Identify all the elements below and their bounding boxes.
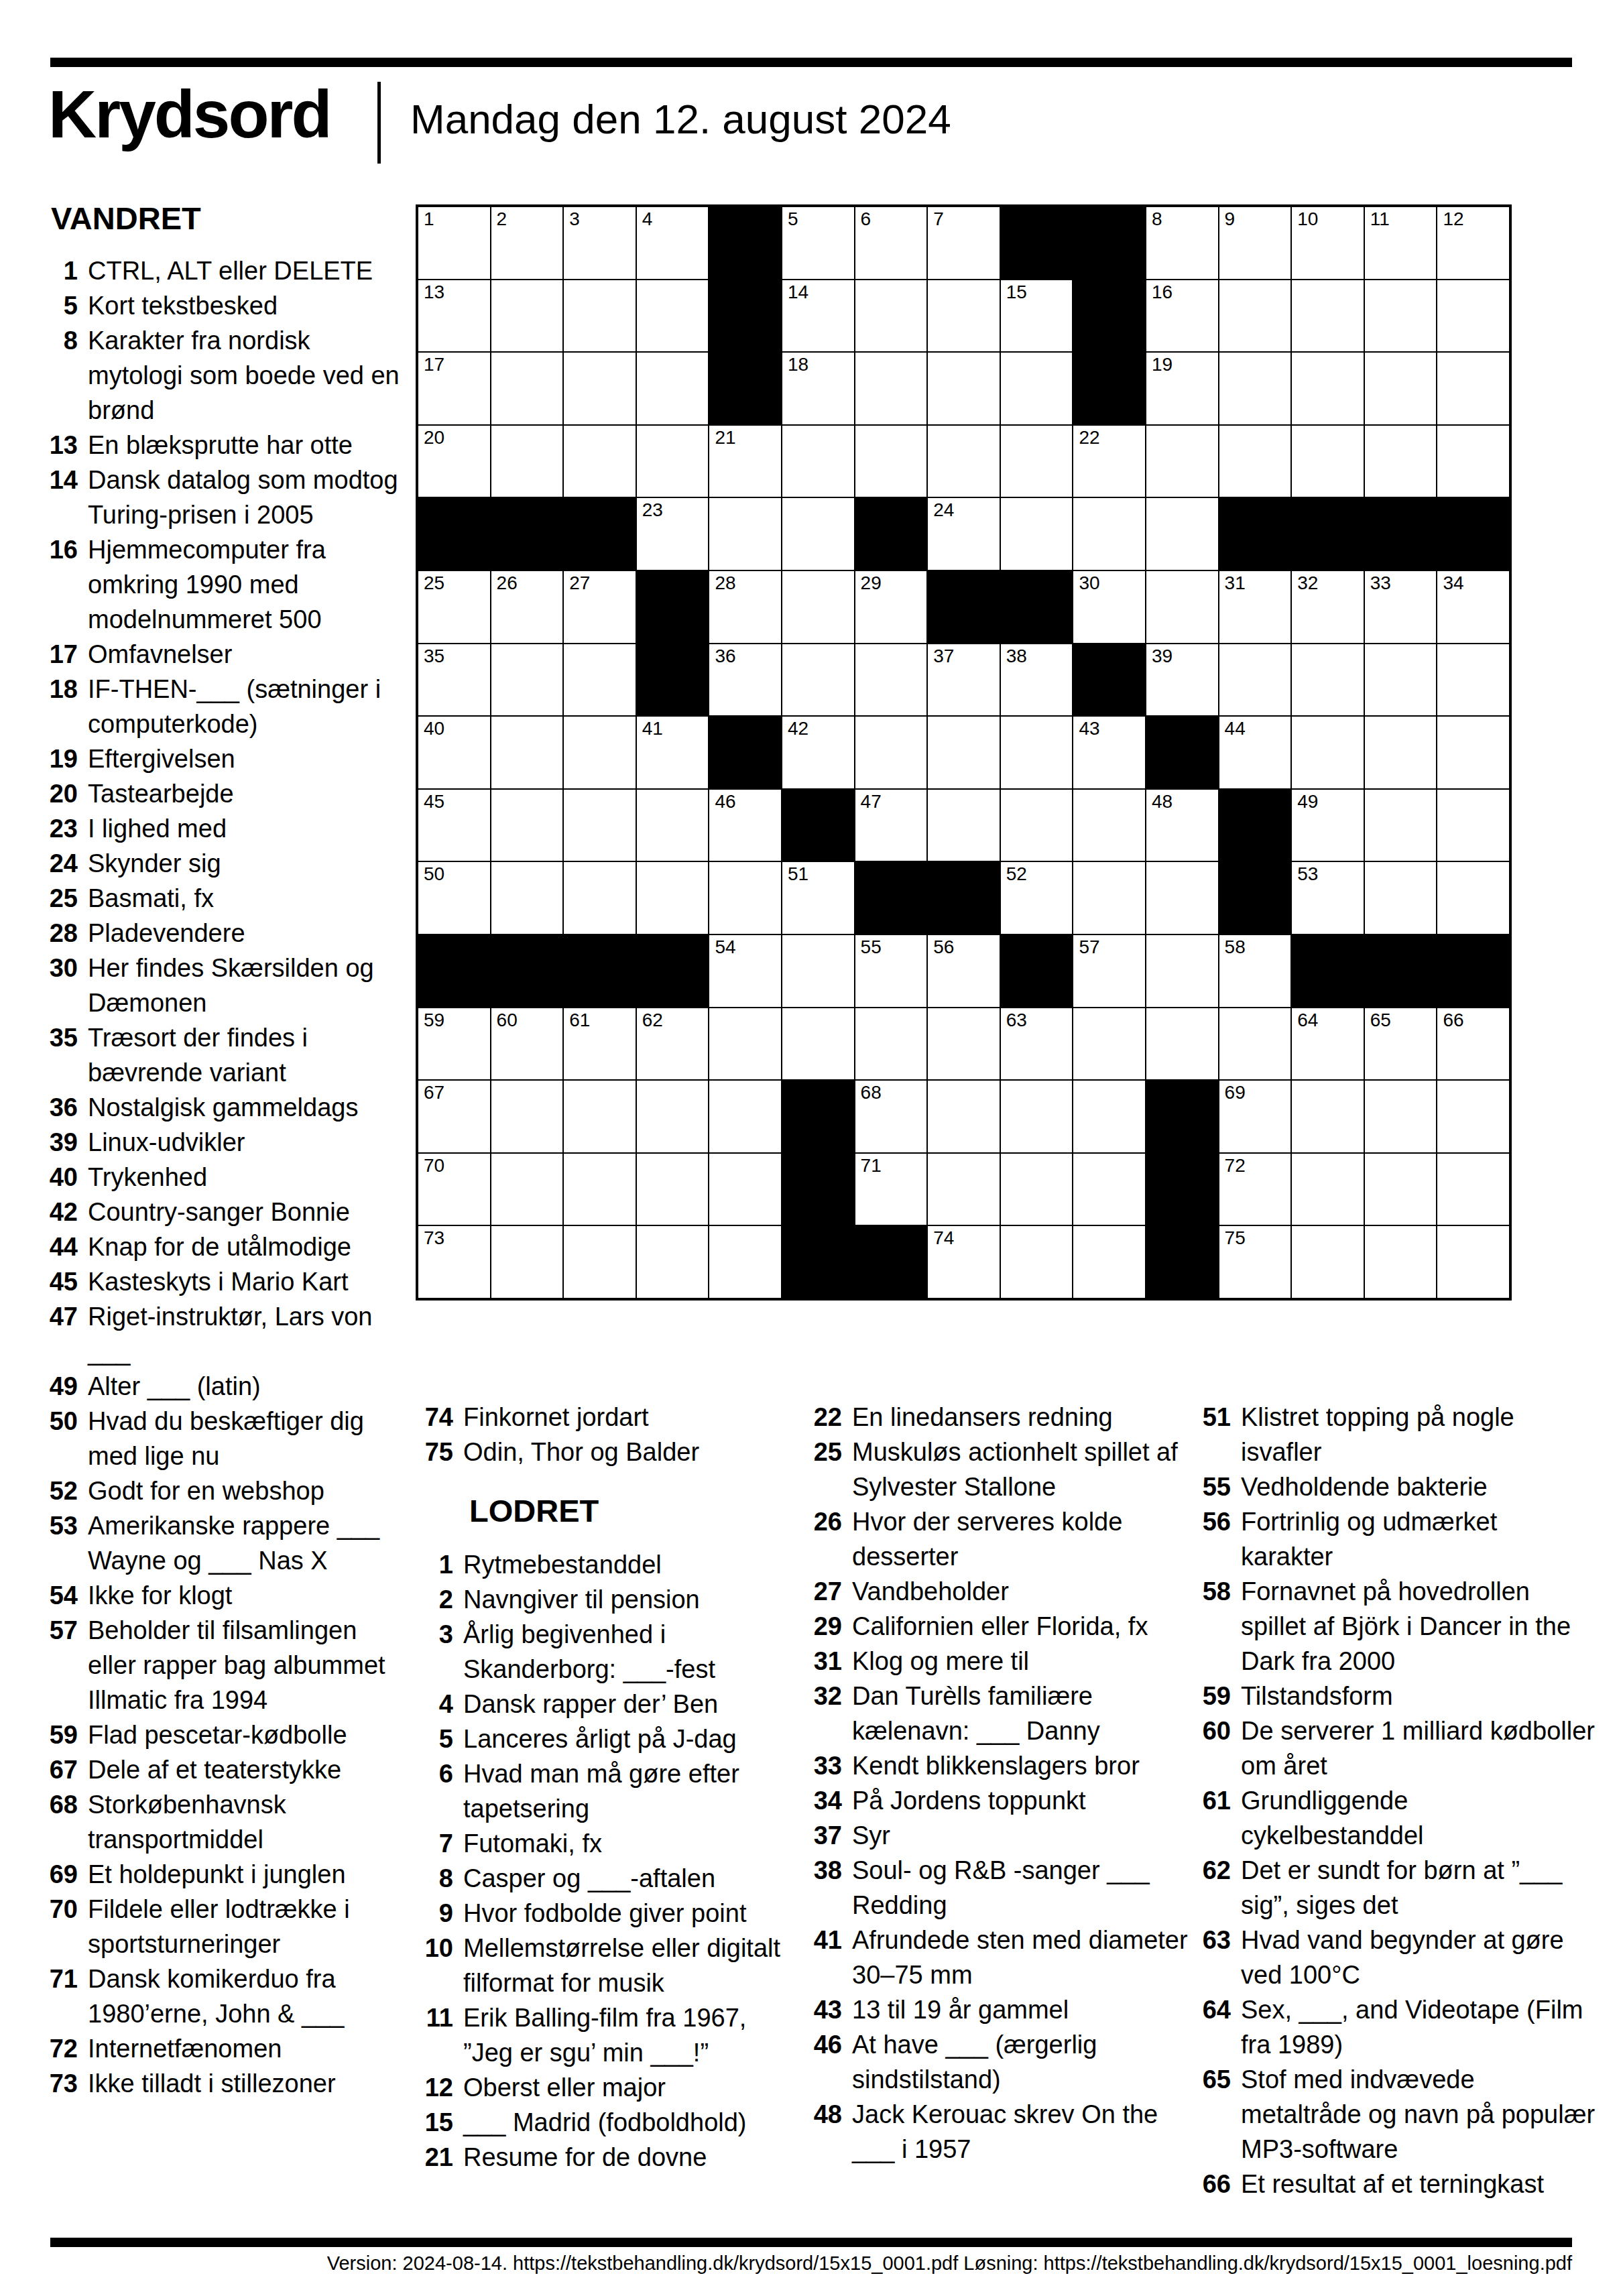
- grid-cell[interactable]: [491, 644, 563, 716]
- clue-text: Resume for de dovne: [463, 2140, 780, 2175]
- grid-cell[interactable]: 19: [1146, 353, 1218, 424]
- grid-cell[interactable]: 47: [855, 790, 927, 861]
- clue-text: Klistret topping på nogle isvafler: [1241, 1400, 1596, 1469]
- clue-item: 73Ikke tilladt i stillezoner: [35, 2066, 405, 2101]
- black-cell: [1437, 498, 1509, 570]
- grid-cell[interactable]: [1073, 498, 1145, 570]
- grid-cell[interactable]: [709, 1008, 781, 1080]
- clue-number: 55: [1188, 1469, 1241, 1504]
- grid-cell[interactable]: [709, 862, 781, 934]
- grid-cell[interactable]: 62: [637, 1008, 709, 1080]
- grid-cell[interactable]: [928, 790, 1000, 861]
- grid-cell[interactable]: [1073, 1008, 1145, 1080]
- page-title: Krydsord: [48, 79, 330, 149]
- grid-cell[interactable]: [928, 353, 1000, 424]
- grid-cell[interactable]: [1146, 862, 1218, 934]
- clue-item: 62Det er sundt for børn at ”___ sig”, si…: [1188, 1853, 1596, 1923]
- clue-item: 40Trykenhed: [35, 1160, 405, 1195]
- grid-cell[interactable]: [1292, 1226, 1364, 1298]
- grid-cell[interactable]: [1219, 353, 1291, 424]
- clue-text: Et holdepunkt i junglen: [88, 1857, 405, 1892]
- grid-cell[interactable]: [637, 353, 709, 424]
- grid-cell[interactable]: [1001, 426, 1073, 497]
- clue-text: Eftergivelsen: [88, 741, 405, 776]
- clue-text: En blæksprutte har otte: [88, 428, 405, 463]
- clue-item: 66Et resultat af et terningkast: [1188, 2167, 1596, 2201]
- grid-cell[interactable]: 28: [709, 571, 781, 643]
- clue-text: Et resultat af et terningkast: [1241, 2167, 1596, 2201]
- grid-cell[interactable]: [1437, 426, 1509, 497]
- clue-text: Det er sundt for børn at ”___ sig”, sige…: [1241, 1853, 1596, 1923]
- grid-cell[interactable]: 56: [928, 935, 1000, 1007]
- grid-cell[interactable]: 67: [418, 1081, 490, 1152]
- black-cell: [709, 207, 781, 279]
- grid-cell[interactable]: [491, 1081, 563, 1152]
- grid-cell[interactable]: [1437, 280, 1509, 352]
- clue-number: 71: [35, 1961, 88, 1996]
- grid-cell[interactable]: 13: [418, 280, 490, 352]
- grid-cell[interactable]: 71: [855, 1154, 927, 1225]
- down-list-3: 51Klistret topping på nogle isvafler55Ve…: [1188, 1400, 1596, 2201]
- grid-cell[interactable]: 35: [418, 644, 490, 716]
- grid-cell[interactable]: [1292, 717, 1364, 788]
- clue-number: 1: [35, 253, 88, 288]
- grid-cell[interactable]: 41: [637, 717, 709, 788]
- grid-cell[interactable]: [1146, 426, 1218, 497]
- grid-cell[interactable]: [564, 426, 636, 497]
- grid-cell[interactable]: [1292, 280, 1364, 352]
- grid-cell[interactable]: [1437, 790, 1509, 861]
- grid-cell[interactable]: 60: [491, 1008, 563, 1080]
- grid-cell[interactable]: [855, 644, 927, 716]
- grid-cell[interactable]: 36: [709, 644, 781, 716]
- clue-item: 6Hvad man må gøre efter tapetsering: [410, 1756, 780, 1826]
- grid-cell[interactable]: 31: [1219, 571, 1291, 643]
- grid-cell[interactable]: [1001, 1226, 1073, 1298]
- black-cell: [1365, 498, 1437, 570]
- cell-number: 43: [1079, 719, 1099, 738]
- grid-cell[interactable]: [1437, 1154, 1509, 1225]
- grid-cell[interactable]: [1365, 1226, 1437, 1298]
- grid-cell[interactable]: [782, 498, 854, 570]
- grid-cell[interactable]: [1073, 1081, 1145, 1152]
- grid-cell[interactable]: 57: [1073, 935, 1145, 1007]
- clue-number: 69: [35, 1857, 88, 1892]
- grid-cell[interactable]: 14: [782, 280, 854, 352]
- clue-item: 27Vandbeholder: [799, 1574, 1201, 1609]
- grid-cell[interactable]: [1219, 426, 1291, 497]
- clue-number: 45: [35, 1264, 88, 1299]
- grid-cell[interactable]: [1001, 790, 1073, 861]
- grid-cell[interactable]: [709, 1154, 781, 1225]
- grid-cell[interactable]: 32: [1292, 571, 1364, 643]
- grid-cell[interactable]: [1146, 571, 1218, 643]
- grid-cell[interactable]: 24: [928, 498, 1000, 570]
- grid-cell[interactable]: 52: [1001, 862, 1073, 934]
- grid-cell[interactable]: [1437, 1081, 1509, 1152]
- grid-cell[interactable]: [928, 280, 1000, 352]
- grid-cell[interactable]: [855, 717, 927, 788]
- cell-number: 58: [1225, 938, 1246, 957]
- across-column: VANDRET 1CTRL, ALT eller DELETE5Kort tek…: [35, 201, 405, 2101]
- clue-number: 14: [35, 463, 88, 497]
- grid-cell[interactable]: [709, 1081, 781, 1152]
- grid-cell[interactable]: [1001, 717, 1073, 788]
- grid-cell[interactable]: [1292, 644, 1364, 716]
- grid-cell[interactable]: [782, 644, 854, 716]
- grid-cell[interactable]: [1146, 1008, 1218, 1080]
- grid-cell[interactable]: [564, 1226, 636, 1298]
- grid-cell[interactable]: [1073, 862, 1145, 934]
- clue-text: 13 til 19 år gammel: [852, 1992, 1201, 2027]
- clue-text: Soul- og R&B -sanger ___ Redding: [852, 1853, 1201, 1923]
- grid-cell[interactable]: [637, 426, 709, 497]
- grid-cell[interactable]: [491, 1226, 563, 1298]
- clue-item: 5Lanceres årligt på J-dag: [410, 1721, 780, 1756]
- grid-cell[interactable]: [637, 1154, 709, 1225]
- clue-text: Rytmebestanddel: [463, 1547, 780, 1582]
- grid-cell[interactable]: [637, 280, 709, 352]
- grid-cell[interactable]: [1001, 1081, 1073, 1152]
- grid-cell[interactable]: [928, 426, 1000, 497]
- clue-item: 17Omfavnelser: [35, 637, 405, 672]
- clue-item: 2Navngiver til pension: [410, 1582, 780, 1617]
- grid-cell[interactable]: 73: [418, 1226, 490, 1298]
- grid-cell[interactable]: 8: [1146, 207, 1218, 279]
- grid-cell[interactable]: [1365, 280, 1437, 352]
- black-cell: [855, 1226, 927, 1298]
- black-cell: [1146, 717, 1218, 788]
- clue-text: I lighed med: [88, 811, 405, 846]
- grid-cell[interactable]: [1292, 426, 1364, 497]
- grid-cell[interactable]: 65: [1365, 1008, 1437, 1080]
- cell-number: 68: [861, 1083, 882, 1102]
- grid-cell[interactable]: [564, 790, 636, 861]
- cell-number: 33: [1370, 574, 1391, 593]
- grid-cell[interactable]: 50: [418, 862, 490, 934]
- grid-cell[interactable]: [491, 717, 563, 788]
- grid-cell[interactable]: [1001, 353, 1073, 424]
- cell-number: 69: [1225, 1083, 1246, 1102]
- grid-cell[interactable]: [855, 353, 927, 424]
- grid-cell[interactable]: [491, 353, 563, 424]
- grid-cell[interactable]: [1001, 498, 1073, 570]
- clue-item: 49Alter ___ (latin): [35, 1369, 405, 1404]
- grid-cell[interactable]: 69: [1219, 1081, 1291, 1152]
- black-cell: [1219, 862, 1291, 934]
- black-cell: [418, 498, 490, 570]
- grid-cell[interactable]: 42: [782, 717, 854, 788]
- grid-cell[interactable]: [491, 790, 563, 861]
- grid-cell[interactable]: 58: [1219, 935, 1291, 1007]
- clue-text: Dansk komikerduo fra 1980’erne, John & _…: [88, 1961, 405, 2031]
- grid-cell[interactable]: 34: [1437, 571, 1509, 643]
- grid-cell[interactable]: 21: [709, 426, 781, 497]
- grid-cell[interactable]: 15: [1001, 280, 1073, 352]
- clue-number: 16: [35, 532, 88, 567]
- grid-cell[interactable]: 25: [418, 571, 490, 643]
- grid-cell[interactable]: [1437, 353, 1509, 424]
- clue-item: 67Dele af et teaterstykke: [35, 1752, 405, 1787]
- grid-cell[interactable]: [637, 1226, 709, 1298]
- clue-text: Hvor der serveres kolde desserter: [852, 1504, 1201, 1574]
- grid-cell[interactable]: 26: [491, 571, 563, 643]
- grid-cell[interactable]: 29: [855, 571, 927, 643]
- grid-cell[interactable]: 11: [1365, 207, 1437, 279]
- clue-number: 52: [35, 1473, 88, 1508]
- grid-cell[interactable]: 16: [1146, 280, 1218, 352]
- grid-cell[interactable]: 75: [1219, 1226, 1291, 1298]
- grid-cell[interactable]: [855, 280, 927, 352]
- grid-cell[interactable]: 23: [637, 498, 709, 570]
- grid-cell[interactable]: [564, 862, 636, 934]
- clue-number: 47: [35, 1299, 88, 1334]
- grid-cell[interactable]: [1437, 1226, 1509, 1298]
- clue-item: 8Karakter fra nordisk mytologi som boede…: [35, 323, 405, 428]
- clue-item: 39Linux-udvikler: [35, 1125, 405, 1160]
- clue-number: 9: [410, 1896, 463, 1931]
- grid-cell[interactable]: 17: [418, 353, 490, 424]
- cell-number: 38: [1006, 647, 1027, 666]
- grid-cell[interactable]: [782, 571, 854, 643]
- puzzle-date: Mandag den 12. august 2024: [410, 95, 951, 143]
- clue-number: 46: [799, 2027, 852, 2062]
- grid-cell[interactable]: [709, 498, 781, 570]
- black-cell: [1073, 207, 1145, 279]
- grid-cell[interactable]: [1292, 1081, 1364, 1152]
- cell-number: 25: [424, 574, 444, 593]
- grid-cell[interactable]: [928, 717, 1000, 788]
- grid-cell[interactable]: [782, 1008, 854, 1080]
- black-cell: [782, 790, 854, 861]
- grid-cell[interactable]: 27: [564, 571, 636, 643]
- grid-cell[interactable]: 74: [928, 1226, 1000, 1298]
- grid-cell[interactable]: [855, 426, 927, 497]
- crossword-grid[interactable]: 1234567891011121314151617181920212223242…: [416, 204, 1512, 1301]
- clue-item: 25Basmati, fx: [35, 881, 405, 916]
- grid-cell[interactable]: [1146, 498, 1218, 570]
- clue-text: Her findes Skærsilden og Dæmonen: [88, 951, 405, 1020]
- clue-text: Skynder sig: [88, 846, 405, 881]
- grid-cell[interactable]: [564, 353, 636, 424]
- grid-cell[interactable]: 9: [1219, 207, 1291, 279]
- grid-cell[interactable]: 20: [418, 426, 490, 497]
- grid-cell[interactable]: 1: [418, 207, 490, 279]
- grid-cell[interactable]: 18: [782, 353, 854, 424]
- grid-cell[interactable]: [1292, 1154, 1364, 1225]
- grid-cell[interactable]: [564, 280, 636, 352]
- cell-number: 9: [1225, 210, 1236, 229]
- grid-cell[interactable]: 44: [1219, 717, 1291, 788]
- grid-cell[interactable]: [1219, 280, 1291, 352]
- clue-text: IF-THEN-___ (sætninger i computerkode): [88, 672, 405, 741]
- grid-cell[interactable]: [491, 426, 563, 497]
- grid-cell[interactable]: [564, 1081, 636, 1152]
- grid-cell[interactable]: [1365, 644, 1437, 716]
- grid-cell[interactable]: [564, 1154, 636, 1225]
- clue-number: 56: [1188, 1504, 1241, 1539]
- clue-number: 37: [799, 1818, 852, 1853]
- clue-item: 8Casper og ___-aftalen: [410, 1861, 780, 1896]
- grid-cell[interactable]: [782, 426, 854, 497]
- grid-cell[interactable]: [928, 1081, 1000, 1152]
- grid-cell[interactable]: 7: [928, 207, 1000, 279]
- clue-number: 21: [410, 2140, 463, 2175]
- clue-item: 13En blæksprutte har otte: [35, 428, 405, 463]
- clue-number: 36: [35, 1090, 88, 1125]
- grid-cell[interactable]: 6: [855, 207, 927, 279]
- cell-number: 23: [642, 501, 663, 520]
- grid-cell[interactable]: [1219, 1008, 1291, 1080]
- black-cell: [564, 935, 636, 1007]
- grid-cell[interactable]: [1365, 717, 1437, 788]
- grid-cell[interactable]: 2: [491, 207, 563, 279]
- grid-cell[interactable]: [1001, 1154, 1073, 1225]
- grid-cell[interactable]: [1073, 790, 1145, 861]
- grid-cell[interactable]: [928, 1154, 1000, 1225]
- clue-item: 68Storkøbenhavnsk transportmiddel: [35, 1787, 405, 1857]
- grid-cell[interactable]: [1073, 1154, 1145, 1225]
- black-cell: [709, 353, 781, 424]
- grid-cell[interactable]: 49: [1292, 790, 1364, 861]
- clue-text: Trykenhed: [88, 1160, 405, 1195]
- grid-cell[interactable]: 4: [637, 207, 709, 279]
- black-cell: [1001, 935, 1073, 1007]
- grid-cell[interactable]: [1365, 790, 1437, 861]
- cell-number: 45: [424, 792, 444, 811]
- cell-number: 13: [424, 283, 444, 302]
- grid-cell[interactable]: [1437, 862, 1509, 934]
- grid-cell[interactable]: [1437, 717, 1509, 788]
- grid-cell[interactable]: [637, 790, 709, 861]
- grid-cell[interactable]: 30: [1073, 571, 1145, 643]
- grid-cell[interactable]: [1365, 1154, 1437, 1225]
- cell-number: 62: [642, 1011, 663, 1030]
- grid-cell[interactable]: [491, 1154, 563, 1225]
- clue-text: Hjemmecomputer fra omkring 1990 med mode…: [88, 532, 405, 637]
- cell-number: 36: [715, 647, 735, 666]
- down-list-2: 22En linedansers redning25Muskuløs actio…: [799, 1400, 1201, 2167]
- cell-number: 26: [497, 574, 518, 593]
- cell-number: 59: [424, 1011, 444, 1030]
- grid-cell[interactable]: [1365, 353, 1437, 424]
- grid-cell[interactable]: 45: [418, 790, 490, 861]
- clue-number: 51: [1188, 1400, 1241, 1435]
- grid-cell[interactable]: 37: [928, 644, 1000, 716]
- grid-cell[interactable]: [1365, 1081, 1437, 1152]
- clue-text: Tastearbejde: [88, 776, 405, 811]
- grid-cell[interactable]: 59: [418, 1008, 490, 1080]
- across-list-tail: 74Finkornet jordart75Odin, Thor og Balde…: [410, 1400, 780, 1469]
- clue-item: 47Riget-instruktør, Lars von ___: [35, 1299, 405, 1369]
- grid-cell[interactable]: 33: [1365, 571, 1437, 643]
- grid-cell[interactable]: [1365, 862, 1437, 934]
- clue-text: Kendt blikkenslagers bror: [852, 1748, 1201, 1783]
- bottom-column-2: 22En linedansers redning25Muskuløs actio…: [799, 1400, 1201, 2167]
- grid-cell[interactable]: [637, 862, 709, 934]
- grid-cell[interactable]: 63: [1001, 1008, 1073, 1080]
- grid-cell[interactable]: 12: [1437, 207, 1509, 279]
- clue-text: Klog og mere til: [852, 1644, 1201, 1679]
- grid-cell[interactable]: [564, 717, 636, 788]
- clue-item: 54Ikke for klogt: [35, 1578, 405, 1613]
- grid-cell[interactable]: [855, 1008, 927, 1080]
- black-cell: [1146, 1226, 1218, 1298]
- grid-cell[interactable]: 64: [1292, 1008, 1364, 1080]
- grid-cell[interactable]: 38: [1001, 644, 1073, 716]
- grid-cell[interactable]: 54: [709, 935, 781, 1007]
- clue-text: Dan Turèlls familiære kælenavn: ___ Dann…: [852, 1679, 1201, 1748]
- black-cell: [928, 571, 1000, 643]
- clue-item: 25Muskuløs actionhelt spillet af Sylvest…: [799, 1435, 1201, 1504]
- clue-text: Afrundede sten med diameter 30–75 mm: [852, 1923, 1201, 1992]
- grid-cell[interactable]: 43: [1073, 717, 1145, 788]
- grid-cell[interactable]: [491, 862, 563, 934]
- grid-cell[interactable]: [709, 1226, 781, 1298]
- cell-number: 31: [1225, 574, 1246, 593]
- clue-item: 11Erik Balling-film fra 1967, ”Jeg er sg…: [410, 2000, 780, 2070]
- grid-cell[interactable]: [491, 280, 563, 352]
- grid-cell[interactable]: [564, 644, 636, 716]
- grid-cell[interactable]: 39: [1146, 644, 1218, 716]
- grid-cell[interactable]: 3: [564, 207, 636, 279]
- cell-number: 15: [1006, 283, 1027, 302]
- clue-text: Finkornet jordart: [463, 1400, 780, 1435]
- clue-text: På Jordens toppunkt: [852, 1783, 1201, 1818]
- grid-cell[interactable]: [928, 1008, 1000, 1080]
- cell-number: 54: [715, 938, 735, 957]
- clue-number: 19: [35, 741, 88, 776]
- grid-cell[interactable]: 48: [1146, 790, 1218, 861]
- grid-cell[interactable]: 22: [1073, 426, 1145, 497]
- grid-cell[interactable]: [1219, 644, 1291, 716]
- grid-cell[interactable]: [1292, 353, 1364, 424]
- grid-cell[interactable]: 10: [1292, 207, 1364, 279]
- grid-cell[interactable]: 55: [855, 935, 927, 1007]
- black-cell: [1146, 1154, 1218, 1225]
- black-cell: [1365, 935, 1437, 1007]
- grid-cell[interactable]: [1365, 426, 1437, 497]
- grid-cell[interactable]: [1073, 1226, 1145, 1298]
- clue-text: Dansk datalog som modtog Turing-prisen i…: [88, 463, 405, 532]
- clue-text: Sex, ___, and Videotape (Film fra 1989): [1241, 1992, 1596, 2062]
- grid-cell[interactable]: 46: [709, 790, 781, 861]
- clue-item: 60De serverer 1 milliard kødboller om år…: [1188, 1713, 1596, 1783]
- grid-cell[interactable]: 61: [564, 1008, 636, 1080]
- clue-number: 2: [410, 1582, 463, 1617]
- grid-cell[interactable]: 5: [782, 207, 854, 279]
- black-cell: [855, 862, 927, 934]
- grid-cell[interactable]: [782, 935, 854, 1007]
- grid-cell[interactable]: 70: [418, 1154, 490, 1225]
- grid-cell[interactable]: 72: [1219, 1154, 1291, 1225]
- grid-cell[interactable]: 66: [1437, 1008, 1509, 1080]
- grid-cell[interactable]: [1146, 935, 1218, 1007]
- clue-item: 37Syr: [799, 1818, 1201, 1853]
- clue-text: Amerikanske rappere ___ Wayne og ___ Nas…: [88, 1508, 405, 1578]
- cell-number: 14: [788, 283, 808, 302]
- clue-item: 58Fornavnet på hovedrollen spillet af Bj…: [1188, 1574, 1596, 1679]
- grid-cell[interactable]: 40: [418, 717, 490, 788]
- grid-cell[interactable]: 68: [855, 1081, 927, 1152]
- clue-text: Hvor fodbolde giver point: [463, 1896, 780, 1931]
- clue-item: 53Amerikanske rappere ___ Wayne og ___ N…: [35, 1508, 405, 1578]
- clue-text: Fornavnet på hovedrollen spillet af Björ…: [1241, 1574, 1596, 1679]
- grid-cell[interactable]: 53: [1292, 862, 1364, 934]
- grid-cell[interactable]: [637, 1081, 709, 1152]
- grid-cell[interactable]: 51: [782, 862, 854, 934]
- grid-cell[interactable]: [1437, 644, 1509, 716]
